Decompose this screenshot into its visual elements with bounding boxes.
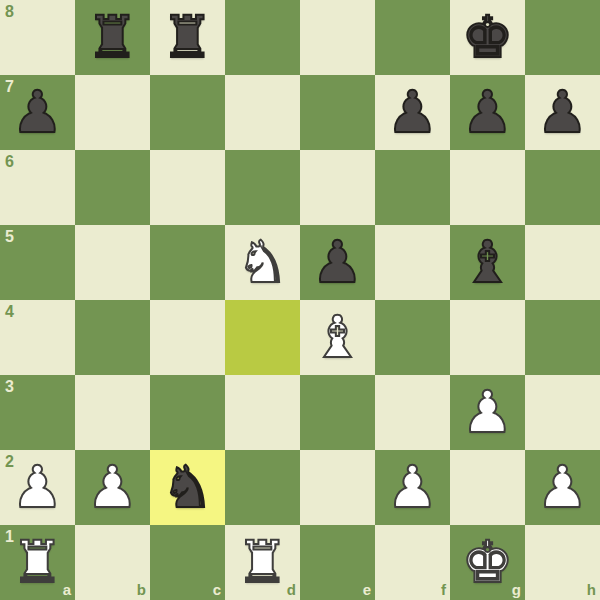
square-e4[interactable]: ♝ <box>300 300 375 375</box>
square-b8[interactable]: ♜ <box>75 0 150 75</box>
square-b4[interactable] <box>75 300 150 375</box>
square-c4[interactable] <box>150 300 225 375</box>
file-label-e: e <box>363 582 371 597</box>
square-a1[interactable]: 1a♜ <box>0 525 75 600</box>
square-c6[interactable] <box>150 150 225 225</box>
square-e5[interactable]: ♟ <box>300 225 375 300</box>
square-g4[interactable] <box>450 300 525 375</box>
square-h6[interactable] <box>525 150 600 225</box>
file-label-f: f <box>441 582 446 597</box>
square-f7[interactable]: ♟ <box>375 75 450 150</box>
square-d5[interactable]: ♞ <box>225 225 300 300</box>
square-e1[interactable]: e <box>300 525 375 600</box>
square-f2[interactable]: ♟ <box>375 450 450 525</box>
square-e2[interactable] <box>300 450 375 525</box>
square-d7[interactable] <box>225 75 300 150</box>
black-king[interactable]: ♚ <box>462 0 514 75</box>
square-h4[interactable] <box>525 300 600 375</box>
white-rook[interactable]: ♜ <box>237 525 289 600</box>
square-f3[interactable] <box>375 375 450 450</box>
square-h5[interactable] <box>525 225 600 300</box>
square-a4[interactable]: 4 <box>0 300 75 375</box>
square-a5[interactable]: 5 <box>0 225 75 300</box>
white-king[interactable]: ♚ <box>462 525 514 600</box>
black-rook[interactable]: ♜ <box>162 0 214 75</box>
square-f5[interactable] <box>375 225 450 300</box>
chess-board: 8♜♜♚7♟♟♟♟65♞♟♝4♝3♟2♟♟♞♟♟1a♜bcd♜efg♚h <box>0 0 600 600</box>
white-rook[interactable]: ♜ <box>12 525 64 600</box>
square-f1[interactable]: f <box>375 525 450 600</box>
square-g6[interactable] <box>450 150 525 225</box>
square-g5[interactable]: ♝ <box>450 225 525 300</box>
white-pawn[interactable]: ♟ <box>87 450 139 525</box>
rank-label-5: 5 <box>5 229 14 245</box>
square-h1[interactable]: h <box>525 525 600 600</box>
square-b7[interactable] <box>75 75 150 150</box>
white-bishop[interactable]: ♝ <box>312 300 364 375</box>
black-pawn[interactable]: ♟ <box>312 225 364 300</box>
square-c1[interactable]: c <box>150 525 225 600</box>
square-f4[interactable] <box>375 300 450 375</box>
square-d1[interactable]: d♜ <box>225 525 300 600</box>
square-e3[interactable] <box>300 375 375 450</box>
square-e8[interactable] <box>300 0 375 75</box>
square-g8[interactable]: ♚ <box>450 0 525 75</box>
square-a2[interactable]: 2♟ <box>0 450 75 525</box>
square-a8[interactable]: 8 <box>0 0 75 75</box>
square-d2[interactable] <box>225 450 300 525</box>
black-rook[interactable]: ♜ <box>87 0 139 75</box>
square-c5[interactable] <box>150 225 225 300</box>
square-c2[interactable]: ♞ <box>150 450 225 525</box>
square-h7[interactable]: ♟ <box>525 75 600 150</box>
square-h8[interactable] <box>525 0 600 75</box>
file-label-a: a <box>63 582 71 597</box>
square-h3[interactable] <box>525 375 600 450</box>
white-knight[interactable]: ♞ <box>237 225 289 300</box>
black-pawn[interactable]: ♟ <box>537 75 589 150</box>
black-bishop[interactable]: ♝ <box>462 225 514 300</box>
square-c8[interactable]: ♜ <box>150 0 225 75</box>
black-pawn[interactable]: ♟ <box>12 75 64 150</box>
square-g1[interactable]: g♚ <box>450 525 525 600</box>
square-d8[interactable] <box>225 0 300 75</box>
square-g2[interactable] <box>450 450 525 525</box>
square-a3[interactable]: 3 <box>0 375 75 450</box>
square-b3[interactable] <box>75 375 150 450</box>
file-label-b: b <box>137 582 146 597</box>
file-label-c: c <box>213 582 221 597</box>
square-f8[interactable] <box>375 0 450 75</box>
square-b5[interactable] <box>75 225 150 300</box>
black-pawn[interactable]: ♟ <box>387 75 439 150</box>
square-a6[interactable]: 6 <box>0 150 75 225</box>
white-pawn[interactable]: ♟ <box>462 375 514 450</box>
rank-label-6: 6 <box>5 154 14 170</box>
square-d4[interactable] <box>225 300 300 375</box>
square-a7[interactable]: 7♟ <box>0 75 75 150</box>
square-b1[interactable]: b <box>75 525 150 600</box>
white-pawn[interactable]: ♟ <box>12 450 64 525</box>
square-b6[interactable] <box>75 150 150 225</box>
white-pawn[interactable]: ♟ <box>387 450 439 525</box>
square-c7[interactable] <box>150 75 225 150</box>
square-f6[interactable] <box>375 150 450 225</box>
white-pawn[interactable]: ♟ <box>537 450 589 525</box>
square-d6[interactable] <box>225 150 300 225</box>
rank-label-8: 8 <box>5 4 14 20</box>
square-b2[interactable]: ♟ <box>75 450 150 525</box>
rank-label-3: 3 <box>5 379 14 395</box>
square-h2[interactable]: ♟ <box>525 450 600 525</box>
black-knight[interactable]: ♞ <box>162 450 214 525</box>
rank-label-4: 4 <box>5 304 14 320</box>
black-pawn[interactable]: ♟ <box>462 75 514 150</box>
square-e7[interactable] <box>300 75 375 150</box>
square-e6[interactable] <box>300 150 375 225</box>
square-d3[interactable] <box>225 375 300 450</box>
file-label-h: h <box>587 582 596 597</box>
square-g7[interactable]: ♟ <box>450 75 525 150</box>
square-g3[interactable]: ♟ <box>450 375 525 450</box>
square-c3[interactable] <box>150 375 225 450</box>
